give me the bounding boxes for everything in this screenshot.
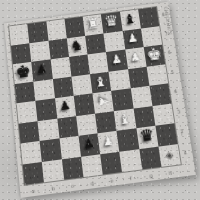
square-e8[interactable]: ♜ bbox=[83, 14, 104, 35]
piece-white-bishop[interactable]: ♝ bbox=[118, 111, 132, 126]
square-b8[interactable] bbox=[27, 22, 48, 43]
square-a5[interactable] bbox=[15, 81, 36, 103]
square-a8[interactable] bbox=[9, 24, 29, 45]
rank-label-6: 6 bbox=[165, 49, 174, 56]
square-d8[interactable] bbox=[64, 17, 85, 38]
file-label-g: g bbox=[149, 172, 153, 179]
square-e7[interactable] bbox=[85, 33, 106, 54]
square-e6[interactable] bbox=[87, 52, 108, 74]
rank-label-7: 7 bbox=[162, 30, 171, 37]
rank-label-2: 2 bbox=[177, 128, 186, 135]
square-b4[interactable] bbox=[36, 98, 57, 120]
square-b3[interactable] bbox=[38, 118, 59, 141]
piece-white-pawn[interactable]: ♟ bbox=[129, 51, 141, 64]
piece-black-knight[interactable]: ♞ bbox=[70, 38, 84, 53]
piece-white-pawn[interactable]: ♟ bbox=[98, 97, 110, 108]
square-a6[interactable]: ♚ bbox=[13, 62, 34, 84]
square-d5[interactable] bbox=[71, 74, 92, 96]
square-d3[interactable] bbox=[76, 113, 98, 136]
board-grid: ♜♛♝♞♟♚♟♟♟♚♝♟♟♝♟♟♛◈ bbox=[8, 6, 182, 186]
piece-white-queen[interactable]: ♛ bbox=[104, 13, 120, 29]
file-label-c: c bbox=[71, 183, 75, 190]
square-b7[interactable] bbox=[29, 40, 50, 61]
chess-board: ♜♛♝♞♟♚♟♟♟♚♝♟♟♝♟♟♛◈ CHECKMATE a8b7c6d5e4f… bbox=[4, 2, 196, 198]
photo-scene: ♜♛♝♞♟♚♟♟♟♚♝♟♟♝♟♟♛◈ CHECKMATE a8b7c6d5e4f… bbox=[0, 0, 200, 200]
square-a3[interactable] bbox=[19, 121, 40, 144]
rank-label-5: 5 bbox=[168, 68, 177, 75]
square-h1[interactable]: ◈ bbox=[158, 144, 181, 167]
square-a1[interactable] bbox=[23, 161, 45, 184]
file-label-h: h bbox=[168, 170, 172, 177]
square-h6[interactable]: ♚ bbox=[143, 45, 165, 67]
square-e5[interactable]: ♝ bbox=[90, 71, 111, 93]
square-c3[interactable] bbox=[57, 116, 78, 139]
file-label-a: a bbox=[32, 188, 36, 195]
piece-black-pawn[interactable]: ♟ bbox=[36, 63, 48, 76]
square-d4[interactable] bbox=[73, 93, 94, 115]
piece-black-queen[interactable]: ♛ bbox=[139, 127, 156, 145]
square-c8[interactable] bbox=[46, 19, 67, 40]
rank-label-4: 4 bbox=[171, 88, 180, 95]
square-b1[interactable] bbox=[42, 159, 64, 182]
square-e3[interactable] bbox=[95, 111, 117, 134]
square-a4[interactable] bbox=[17, 101, 38, 123]
square-h3[interactable] bbox=[152, 103, 174, 126]
square-h2[interactable] bbox=[155, 123, 177, 146]
piece-white-king[interactable]: ♚ bbox=[145, 46, 162, 64]
square-b6[interactable]: ♟ bbox=[31, 59, 52, 81]
file-label-e: e bbox=[110, 177, 114, 184]
square-d6[interactable] bbox=[69, 54, 90, 76]
rank-label-3: 3 bbox=[174, 108, 183, 115]
square-d7[interactable]: ♞ bbox=[67, 35, 88, 56]
file-label-b: b bbox=[51, 185, 55, 192]
piece-black-bishop[interactable]: ♝ bbox=[123, 12, 137, 26]
file-label-d: d bbox=[90, 180, 94, 187]
piece-white-rook[interactable]: ♜ bbox=[86, 16, 101, 31]
square-h8[interactable] bbox=[138, 7, 159, 28]
rank-label-8: 8 bbox=[159, 11, 168, 17]
piece-black-pawn[interactable]: ♟ bbox=[83, 137, 95, 150]
board-emblem: ◈ bbox=[165, 149, 174, 161]
square-d2[interactable]: ♟ bbox=[78, 133, 100, 156]
square-a2[interactable] bbox=[21, 141, 42, 164]
piece-white-bishop[interactable]: ♝ bbox=[93, 74, 107, 89]
file-label-f: f bbox=[129, 175, 132, 181]
piece-white-pawn[interactable]: ♟ bbox=[102, 135, 114, 148]
square-c7[interactable] bbox=[48, 38, 69, 59]
square-e2[interactable]: ♟ bbox=[97, 131, 119, 154]
square-e4[interactable]: ♟ bbox=[92, 91, 114, 113]
piece-black-king[interactable]: ♚ bbox=[15, 63, 31, 81]
square-c1[interactable] bbox=[61, 156, 83, 179]
piece-white-pawn[interactable]: ♟ bbox=[111, 53, 123, 66]
piece-black-pawn[interactable]: ♟ bbox=[59, 99, 71, 112]
square-c5[interactable] bbox=[52, 76, 73, 98]
square-h4[interactable] bbox=[149, 83, 171, 105]
piece-white-pawn[interactable]: ♟ bbox=[127, 32, 139, 44]
square-d1[interactable] bbox=[81, 154, 103, 177]
square-h5[interactable] bbox=[146, 64, 168, 86]
square-e1[interactable] bbox=[100, 151, 122, 174]
square-b2[interactable] bbox=[40, 138, 62, 161]
square-c4[interactable]: ♟ bbox=[55, 96, 76, 118]
square-c2[interactable] bbox=[59, 136, 81, 159]
rank-label-1: 1 bbox=[180, 148, 189, 155]
square-c6[interactable] bbox=[50, 57, 71, 79]
square-b5[interactable] bbox=[34, 79, 55, 101]
